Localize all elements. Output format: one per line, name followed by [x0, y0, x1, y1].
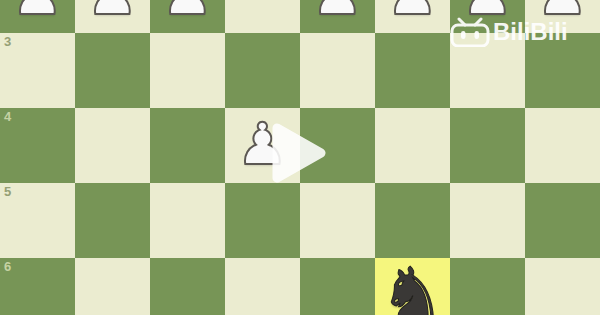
piece-white-pawn-a2: ♟ — [537, 0, 589, 23]
square-c3 — [375, 33, 450, 108]
square-g2: ♟ — [75, 0, 150, 33]
square-f3 — [150, 33, 225, 108]
square-e5 — [225, 183, 300, 258]
square-b6 — [450, 258, 525, 315]
square-d2: ♟ — [300, 0, 375, 33]
square-f6 — [150, 258, 225, 315]
square-g4 — [75, 108, 150, 183]
square-d5 — [300, 183, 375, 258]
square-a4 — [525, 108, 600, 183]
square-b4 — [450, 108, 525, 183]
piece-black-knight-c6: ♞ — [379, 258, 445, 315]
square-c2: ♟ — [375, 0, 450, 33]
piece-white-pawn-g2: ♟ — [87, 0, 139, 23]
square-b3 — [450, 33, 525, 108]
square-e2 — [225, 0, 300, 33]
play-icon — [270, 122, 328, 184]
square-a5 — [525, 183, 600, 258]
square-f4 — [150, 108, 225, 183]
rank-label-5: 5 — [4, 185, 11, 198]
piece-white-pawn-b2: ♟ — [462, 0, 514, 23]
piece-white-pawn-c2: ♟ — [387, 0, 439, 23]
square-f5 — [150, 183, 225, 258]
square-b5 — [450, 183, 525, 258]
square-a2: ♟ — [525, 0, 600, 33]
square-h6: 6 — [0, 258, 75, 315]
square-g3 — [75, 33, 150, 108]
rank-label-3: 3 — [4, 35, 11, 48]
square-d6 — [300, 258, 375, 315]
piece-white-pawn-f2: ♟ — [162, 0, 214, 23]
video-frame: ♟♟♟♟♟♟♟34♟56♞ BiliBili — [0, 0, 600, 315]
square-h2: ♟ — [0, 0, 75, 33]
square-g5 — [75, 183, 150, 258]
square-c4 — [375, 108, 450, 183]
square-a6 — [525, 258, 600, 315]
piece-white-pawn-d2: ♟ — [312, 0, 364, 23]
square-d3 — [300, 33, 375, 108]
square-c6: ♞ — [375, 258, 450, 315]
square-f2: ♟ — [150, 0, 225, 33]
square-e3 — [225, 33, 300, 108]
rank-label-4: 4 — [4, 110, 11, 123]
square-b2: ♟ — [450, 0, 525, 33]
square-h3: 3 — [0, 33, 75, 108]
square-g6 — [75, 258, 150, 315]
square-a3 — [525, 33, 600, 108]
square-h5: 5 — [0, 183, 75, 258]
square-h4: 4 — [0, 108, 75, 183]
square-e6 — [225, 258, 300, 315]
square-c5 — [375, 183, 450, 258]
rank-label-6: 6 — [4, 260, 11, 273]
play-button[interactable] — [270, 122, 328, 184]
piece-white-pawn-h2: ♟ — [12, 0, 64, 23]
